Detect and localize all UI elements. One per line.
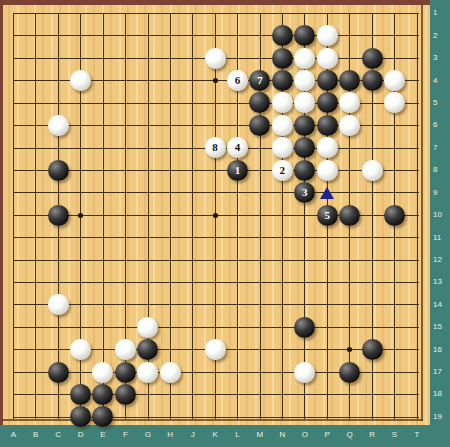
row-label: 10 <box>433 210 449 220</box>
move-number: 1 <box>227 160 248 181</box>
column-label: T <box>409 430 425 440</box>
row-label: 13 <box>433 277 449 287</box>
column-label: A <box>5 430 21 440</box>
black-stone: 5 <box>317 205 338 226</box>
column-label: G <box>140 430 156 440</box>
white-stone <box>317 48 338 69</box>
row-label: 14 <box>433 300 449 310</box>
column-label: J <box>185 430 201 440</box>
row-label: 16 <box>433 345 449 355</box>
star-point <box>78 213 83 218</box>
column-coordinate-strip <box>0 425 450 447</box>
black-stone <box>362 339 383 360</box>
white-stone <box>48 294 69 315</box>
white-stone <box>115 339 136 360</box>
black-stone <box>294 317 315 338</box>
white-stone: 4 <box>227 137 248 158</box>
white-stone <box>205 339 226 360</box>
move-number: 2 <box>272 160 293 181</box>
row-label: 5 <box>433 98 449 108</box>
column-label: B <box>28 430 44 440</box>
white-stone <box>317 160 338 181</box>
black-stone <box>272 70 293 91</box>
board-edge-right <box>421 4 423 421</box>
black-stone <box>48 205 69 226</box>
black-stone <box>294 115 315 136</box>
black-stone <box>294 160 315 181</box>
black-stone <box>272 25 293 46</box>
column-label: P <box>319 430 335 440</box>
white-stone <box>92 362 113 383</box>
row-label: 6 <box>433 120 449 130</box>
white-stone <box>294 362 315 383</box>
column-label: R <box>364 430 380 440</box>
column-label: K <box>207 430 223 440</box>
black-stone <box>317 70 338 91</box>
board-frame-left <box>0 0 3 425</box>
star-point <box>213 213 218 218</box>
row-label: 7 <box>433 143 449 153</box>
white-stone <box>48 115 69 136</box>
white-stone <box>339 115 360 136</box>
row-label: 2 <box>433 31 449 41</box>
black-stone <box>70 384 91 405</box>
row-label: 11 <box>433 233 449 243</box>
row-label: 1 <box>433 8 449 18</box>
white-stone <box>294 48 315 69</box>
row-label: 19 <box>433 412 449 422</box>
column-label: N <box>274 430 290 440</box>
black-stone <box>272 48 293 69</box>
white-stone: 6 <box>227 70 248 91</box>
go-app-window: 6784123512345678910111213141516171819ABC… <box>0 0 450 447</box>
column-label: S <box>386 430 402 440</box>
board-frame-top <box>0 0 430 5</box>
star-point <box>213 78 218 83</box>
black-stone <box>362 48 383 69</box>
black-stone <box>115 384 136 405</box>
white-stone <box>384 70 405 91</box>
black-stone: 7 <box>249 70 270 91</box>
row-label: 18 <box>433 389 449 399</box>
white-stone <box>70 70 91 91</box>
white-stone <box>272 115 293 136</box>
white-stone <box>137 362 158 383</box>
white-stone <box>362 160 383 181</box>
row-label: 9 <box>433 188 449 198</box>
row-label: 12 <box>433 255 449 265</box>
row-label: 4 <box>433 76 449 86</box>
white-stone <box>317 25 338 46</box>
white-stone <box>160 362 181 383</box>
row-label: 3 <box>433 53 449 63</box>
white-stone <box>205 48 226 69</box>
move-number: 4 <box>227 137 248 158</box>
row-coordinate-strip <box>430 0 450 447</box>
white-stone <box>272 137 293 158</box>
black-stone <box>115 362 136 383</box>
move-number: 3 <box>294 182 315 203</box>
black-stone <box>339 70 360 91</box>
move-number: 8 <box>205 137 226 158</box>
black-stone: 3 <box>294 182 315 203</box>
white-stone: 8 <box>205 137 226 158</box>
black-stone <box>48 362 69 383</box>
column-label: L <box>230 430 246 440</box>
column-label: H <box>162 430 178 440</box>
black-stone <box>384 205 405 226</box>
column-label: F <box>117 430 133 440</box>
row-label: 8 <box>433 165 449 175</box>
black-stone <box>339 205 360 226</box>
row-label: 15 <box>433 322 449 332</box>
move-number: 5 <box>317 205 338 226</box>
black-stone <box>339 362 360 383</box>
white-stone <box>70 339 91 360</box>
triangle-marker <box>320 187 334 199</box>
white-stone: 2 <box>272 160 293 181</box>
column-label: M <box>252 430 268 440</box>
column-label: Q <box>342 430 358 440</box>
black-stone: 1 <box>227 160 248 181</box>
move-number: 6 <box>227 70 248 91</box>
black-stone <box>48 160 69 181</box>
column-label: O <box>297 430 313 440</box>
column-label: E <box>95 430 111 440</box>
row-label: 17 <box>433 367 449 377</box>
column-label: D <box>73 430 89 440</box>
white-stone <box>137 317 158 338</box>
move-number: 7 <box>249 70 270 91</box>
black-stone <box>362 70 383 91</box>
white-stone <box>317 137 338 158</box>
column-label: C <box>50 430 66 440</box>
board-edge-bottom <box>2 419 423 421</box>
black-stone <box>317 115 338 136</box>
